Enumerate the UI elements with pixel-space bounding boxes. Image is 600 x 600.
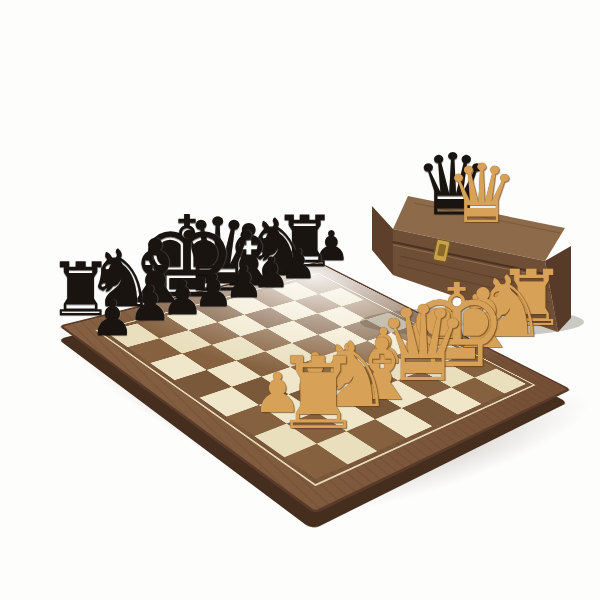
product-photo-scene: ♛♛♟♜♞♟♝♟♛♟♚♝♟♞♟♜♟♟♟♜♟♟♞♟♝♟♚♟♛♟♝♞♟♜: [0, 0, 600, 600]
box-left-face: [372, 206, 393, 275]
wooden-box: [0, 0, 600, 600]
